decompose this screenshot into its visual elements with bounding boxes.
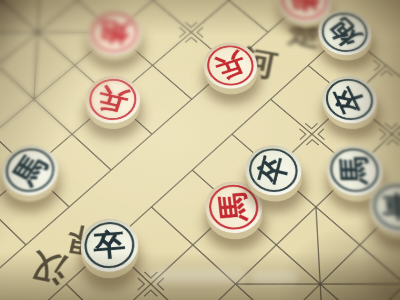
watermark — [252, 271, 298, 283]
xiangqi-photo-scene: 楚河界汉 炮炮兵兵馬炮卒卒卒馬馬車 — [0, 0, 400, 300]
watermark — [150, 269, 246, 283]
xiangqi-board: 楚河界汉 炮炮兵兵馬炮卒卒卒馬馬車 — [0, 0, 400, 300]
piece-character: 車 — [368, 181, 400, 233]
piece-character: 炮 — [85, 8, 143, 57]
piece-character: 卒 — [79, 216, 140, 274]
